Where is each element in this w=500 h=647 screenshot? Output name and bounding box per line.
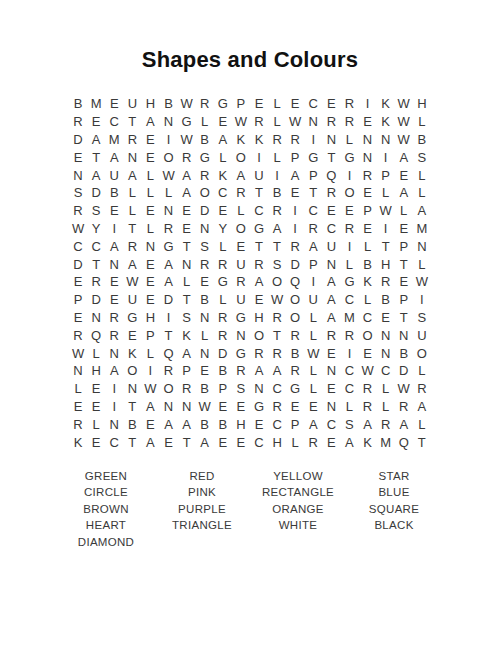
grid-cell: R xyxy=(123,131,141,149)
grid-cell: P xyxy=(304,166,322,184)
grid-cell: K xyxy=(69,433,87,451)
grid-cell: L xyxy=(232,202,250,220)
grid-cell: C xyxy=(340,362,358,380)
grid-cell: I xyxy=(377,220,395,238)
grid-cell: I xyxy=(268,166,286,184)
grid-cell: R xyxy=(377,273,395,291)
grid-cell: A xyxy=(196,433,214,451)
grid-cell: L xyxy=(304,309,322,327)
grid-cell: D xyxy=(69,255,87,273)
grid-cell: U xyxy=(232,255,250,273)
grid-cell: A xyxy=(359,415,377,433)
grid-cell: A xyxy=(268,220,286,238)
grid-cell: R xyxy=(286,326,304,344)
grid-cell: W xyxy=(286,113,304,131)
grid-cell: A xyxy=(87,166,105,184)
grid-cell: T xyxy=(322,148,340,166)
grid-cell: C xyxy=(340,380,358,398)
grid-cell: S xyxy=(340,415,358,433)
grid-cell: W xyxy=(304,344,322,362)
grid-cell: N xyxy=(105,255,123,273)
grid-cell: R xyxy=(395,398,413,416)
grid-cell: N xyxy=(377,131,395,149)
grid-cell: O xyxy=(286,309,304,327)
grid-cell: H xyxy=(232,415,250,433)
grid-cell: D xyxy=(395,362,413,380)
grid-cell: G xyxy=(304,148,322,166)
grid-cell: E xyxy=(359,184,377,202)
grid-cell: R xyxy=(69,202,87,220)
grid-cell: R xyxy=(286,131,304,149)
grid-cell: C xyxy=(214,184,232,202)
grid-cell: M xyxy=(105,131,123,149)
word-list-item: DIAMOND xyxy=(58,534,154,550)
grid-cell: I xyxy=(304,273,322,291)
grid-cell: O xyxy=(232,148,250,166)
grid-cell: R xyxy=(340,113,358,131)
grid-cell: R xyxy=(105,309,123,327)
grid-cell: O xyxy=(232,220,250,238)
grid-cell: O xyxy=(413,344,431,362)
grid-cell: L xyxy=(123,202,141,220)
grid-cell: B xyxy=(159,95,177,113)
grid-cell: L xyxy=(340,255,358,273)
grid-cell: A xyxy=(413,398,431,416)
grid-cell: R xyxy=(268,309,286,327)
grid-cell: N xyxy=(159,202,177,220)
grid-cell: N xyxy=(196,309,214,327)
grid-cell: L xyxy=(340,131,358,149)
grid-cell: N xyxy=(322,398,340,416)
grid-cell: R xyxy=(123,237,141,255)
grid-cell: A xyxy=(413,202,431,220)
grid-cell: N xyxy=(178,255,196,273)
grid-cell: N xyxy=(413,237,431,255)
grid-cell: I xyxy=(105,398,123,416)
grid-cell: E xyxy=(123,326,141,344)
grid-cell: B xyxy=(196,380,214,398)
grid-cell: L xyxy=(413,362,431,380)
grid-cell: E xyxy=(141,148,159,166)
grid-cell: M xyxy=(377,433,395,451)
grid-cell: T xyxy=(123,113,141,131)
grid-cell: R xyxy=(413,380,431,398)
grid-cell: B xyxy=(123,415,141,433)
grid-cell: W xyxy=(69,220,87,238)
grid-cell: N xyxy=(69,362,87,380)
grid-cell: D xyxy=(214,344,232,362)
grid-cell: L xyxy=(377,380,395,398)
grid-cell: E xyxy=(87,113,105,131)
grid-cell: R xyxy=(322,113,340,131)
grid-cell: I xyxy=(359,95,377,113)
grid-cell: A xyxy=(105,362,123,380)
grid-cell: N xyxy=(359,131,377,149)
grid-cell: T xyxy=(268,326,286,344)
grid-cell: E xyxy=(322,202,340,220)
grid-cell: S xyxy=(87,202,105,220)
grid-cell: E xyxy=(304,398,322,416)
grid-cell: L xyxy=(123,184,141,202)
grid-cell: N xyxy=(196,344,214,362)
grid-cell: E xyxy=(395,166,413,184)
grid-cell: N xyxy=(377,326,395,344)
grid-cell: M xyxy=(340,309,358,327)
grid-cell: A xyxy=(322,291,340,309)
grid-cell: P xyxy=(377,166,395,184)
grid-cell: R xyxy=(304,220,322,238)
grid-cell: N xyxy=(141,237,159,255)
grid-cell: A xyxy=(250,273,268,291)
grid-cell: U xyxy=(123,95,141,113)
grid-cell: I xyxy=(159,309,177,327)
grid-cell: E xyxy=(322,433,340,451)
grid-cell: R xyxy=(232,184,250,202)
grid-cell: U xyxy=(232,291,250,309)
grid-cell: P xyxy=(69,291,87,309)
grid-cell: R xyxy=(214,309,232,327)
grid-cell: R xyxy=(196,166,214,184)
grid-cell: W xyxy=(123,273,141,291)
grid-cell: R xyxy=(250,344,268,362)
grid-cell: I xyxy=(377,148,395,166)
grid-cell: I xyxy=(304,131,322,149)
grid-cell: Q xyxy=(87,326,105,344)
grid-cell: O xyxy=(159,380,177,398)
grid-cell: E xyxy=(395,220,413,238)
grid-cell: P xyxy=(214,380,232,398)
grid-cell: R xyxy=(322,326,340,344)
grid-cell: N xyxy=(69,166,87,184)
grid-cell: S xyxy=(413,309,431,327)
grid-cell: I xyxy=(413,291,431,309)
grid-cell: R xyxy=(340,95,358,113)
grid-cell: C xyxy=(87,237,105,255)
grid-cell: T xyxy=(395,309,413,327)
grid-cell: R xyxy=(250,113,268,131)
grid-cell: A xyxy=(87,131,105,149)
grid-cell: R xyxy=(250,255,268,273)
grid-cell: E xyxy=(214,398,232,416)
grid-cell: L xyxy=(413,255,431,273)
grid-cell: T xyxy=(304,184,322,202)
grid-cell: E xyxy=(250,95,268,113)
grid-cell: S xyxy=(69,184,87,202)
grid-cell: L xyxy=(340,398,358,416)
grid-cell: A xyxy=(322,273,340,291)
grid-cell: H xyxy=(250,309,268,327)
grid-cell: H xyxy=(377,255,395,273)
grid-cell: E xyxy=(232,237,250,255)
grid-cell: A xyxy=(123,166,141,184)
grid-cell: T xyxy=(178,237,196,255)
grid-cell: K xyxy=(377,95,395,113)
grid-cell: D xyxy=(159,291,177,309)
word-list-item: STAR xyxy=(346,468,442,484)
grid-cell: N xyxy=(359,148,377,166)
grid-cell: L xyxy=(268,95,286,113)
grid-cell: L xyxy=(214,148,232,166)
word-list: GREENCIRCLEBROWNHEARTDIAMONDREDPINKPURPL… xyxy=(58,468,442,550)
grid-cell: T xyxy=(250,237,268,255)
grid-cell: L xyxy=(196,113,214,131)
grid-cell: O xyxy=(123,362,141,380)
grid-cell: E xyxy=(286,398,304,416)
grid-cell: E xyxy=(141,131,159,149)
grid-cell: B xyxy=(196,415,214,433)
grid-cell: G xyxy=(178,113,196,131)
grid-cell: R xyxy=(214,255,232,273)
grid-cell: A xyxy=(340,433,358,451)
grid-cell: T xyxy=(123,398,141,416)
grid-cell: K xyxy=(359,433,377,451)
word-list-item: HEART xyxy=(58,517,154,533)
grid-cell: P xyxy=(359,202,377,220)
grid-cell: N xyxy=(322,362,340,380)
grid-cell: E xyxy=(359,220,377,238)
grid-cell: O xyxy=(340,184,358,202)
grid-cell: O xyxy=(196,184,214,202)
grid-cell: O xyxy=(250,326,268,344)
grid-cell: I xyxy=(286,202,304,220)
grid-cell: A xyxy=(250,362,268,380)
grid-cell: A xyxy=(159,273,177,291)
grid-cell: A xyxy=(395,415,413,433)
grid-cell: E xyxy=(232,398,250,416)
grid-cell: H xyxy=(87,362,105,380)
grid-cell: T xyxy=(178,433,196,451)
grid-cell: A xyxy=(232,166,250,184)
grid-cell: L xyxy=(304,326,322,344)
grid-cell: K xyxy=(232,131,250,149)
grid-cell: E xyxy=(87,398,105,416)
grid-cell: N xyxy=(395,326,413,344)
grid-cell: K xyxy=(214,166,232,184)
grid-cell: R xyxy=(159,362,177,380)
grid-cell: A xyxy=(395,148,413,166)
grid-cell: L xyxy=(413,184,431,202)
grid-cell: R xyxy=(69,415,87,433)
grid-cell: U xyxy=(123,291,141,309)
word-list-item: PINK xyxy=(154,484,250,500)
grid-cell: E xyxy=(69,398,87,416)
grid-cell: L xyxy=(395,202,413,220)
grid-cell: L xyxy=(359,291,377,309)
grid-cell: W xyxy=(69,344,87,362)
grid-cell: B xyxy=(413,131,431,149)
grid-cell: A xyxy=(395,184,413,202)
grid-cell: T xyxy=(250,184,268,202)
grid-cell: E xyxy=(214,433,232,451)
grid-cell: L xyxy=(413,166,431,184)
grid-cell: R xyxy=(359,166,377,184)
grid-cell: E xyxy=(141,202,159,220)
grid-cell: C xyxy=(359,309,377,327)
grid-cell: Q xyxy=(286,273,304,291)
grid-cell: R xyxy=(69,113,87,131)
grid-cell: A xyxy=(214,131,232,149)
grid-cell: E xyxy=(178,220,196,238)
grid-cell: U xyxy=(304,291,322,309)
grid-cell: L xyxy=(413,113,431,131)
grid-cell: U xyxy=(413,326,431,344)
grid-cell: W xyxy=(377,202,395,220)
grid-cell: P xyxy=(395,237,413,255)
word-list-item: CIRCLE xyxy=(58,484,154,500)
grid-cell: P xyxy=(395,291,413,309)
grid-cell: U xyxy=(250,166,268,184)
grid-cell: E xyxy=(340,202,358,220)
grid-cell: E xyxy=(105,95,123,113)
grid-cell: E xyxy=(87,433,105,451)
grid-cell: E xyxy=(69,309,87,327)
grid-cell: C xyxy=(250,202,268,220)
grid-cell: D xyxy=(87,184,105,202)
grid-cell: W xyxy=(159,166,177,184)
grid-cell: G xyxy=(250,220,268,238)
grid-cell: K xyxy=(178,326,196,344)
grid-cell: R xyxy=(178,380,196,398)
grid-cell: R xyxy=(359,380,377,398)
grid-cell: C xyxy=(322,220,340,238)
grid-cell: N xyxy=(178,398,196,416)
grid-cell: R xyxy=(159,220,177,238)
grid-cell: I xyxy=(250,148,268,166)
grid-cell: B xyxy=(69,95,87,113)
grid-cell: E xyxy=(377,309,395,327)
grid-cell: W xyxy=(196,398,214,416)
grid-cell: E xyxy=(286,95,304,113)
grid-cell: C xyxy=(69,237,87,255)
grid-cell: R xyxy=(87,273,105,291)
grid-cell: E xyxy=(105,202,123,220)
grid-cell: R xyxy=(268,202,286,220)
grid-cell: L xyxy=(69,380,87,398)
grid-cell: B xyxy=(377,291,395,309)
grid-cell: A xyxy=(105,148,123,166)
grid-cell: R xyxy=(268,398,286,416)
grid-cell: R xyxy=(286,362,304,380)
grid-cell: W xyxy=(141,380,159,398)
grid-cell: A xyxy=(141,113,159,131)
grid-cell: B xyxy=(196,291,214,309)
grid-cell: C xyxy=(268,380,286,398)
grid-cell: D xyxy=(286,255,304,273)
grid-cell: B xyxy=(214,362,232,380)
grid-cell: B xyxy=(105,184,123,202)
grid-cell: T xyxy=(123,220,141,238)
grid-cell: E xyxy=(250,415,268,433)
grid-cell: R xyxy=(105,326,123,344)
grid-cell: P xyxy=(286,415,304,433)
grid-cell: R xyxy=(69,326,87,344)
grid-cell: P xyxy=(304,255,322,273)
grid-cell: A xyxy=(304,237,322,255)
grid-cell: Q xyxy=(322,166,340,184)
grid-cell: K xyxy=(359,273,377,291)
grid-cell: C xyxy=(304,95,322,113)
grid-cell: W xyxy=(395,95,413,113)
grid-cell: I xyxy=(105,380,123,398)
grid-cell: C xyxy=(105,433,123,451)
grid-cell: W xyxy=(178,131,196,149)
grid-cell: T xyxy=(395,255,413,273)
grid-cell: E xyxy=(359,113,377,131)
grid-cell: A xyxy=(123,255,141,273)
grid-cell: G xyxy=(214,95,232,113)
grid-cell: E xyxy=(69,148,87,166)
grid-cell: E xyxy=(322,344,340,362)
grid-cell: S xyxy=(413,148,431,166)
grid-cell: E xyxy=(322,380,340,398)
word-search-grid: BMEUHBWRGPELECERIKWHRECTANGLEWRLWNRREKWL… xyxy=(69,95,431,451)
grid-cell: R xyxy=(304,433,322,451)
grid-cell: I xyxy=(159,131,177,149)
grid-cell: L xyxy=(87,344,105,362)
grid-cell: R xyxy=(268,344,286,362)
grid-cell: U xyxy=(322,237,340,255)
grid-cell: W xyxy=(268,291,286,309)
grid-cell: T xyxy=(123,433,141,451)
grid-cell: C xyxy=(268,415,286,433)
grid-cell: T xyxy=(178,291,196,309)
grid-cell: P xyxy=(178,362,196,380)
grid-cell: A xyxy=(105,237,123,255)
grid-cell: R xyxy=(268,131,286,149)
word-list-item: BLACK xyxy=(346,517,442,533)
grid-cell: W xyxy=(395,113,413,131)
grid-cell: B xyxy=(268,184,286,202)
grid-cell: A xyxy=(304,415,322,433)
grid-cell: G xyxy=(196,148,214,166)
grid-cell: S xyxy=(232,380,250,398)
grid-cell: E xyxy=(69,273,87,291)
grid-cell: A xyxy=(322,309,340,327)
grid-cell: E xyxy=(178,202,196,220)
grid-cell: G xyxy=(250,398,268,416)
grid-cell: T xyxy=(413,433,431,451)
grid-cell: B xyxy=(286,344,304,362)
grid-cell: E xyxy=(232,433,250,451)
grid-cell: W xyxy=(413,273,431,291)
word-list-item: TRIANGLE xyxy=(154,517,250,533)
grid-cell: R xyxy=(286,237,304,255)
grid-cell: E xyxy=(141,273,159,291)
grid-cell: D xyxy=(196,202,214,220)
grid-cell: L xyxy=(141,184,159,202)
grid-cell: Y xyxy=(87,220,105,238)
grid-cell: G xyxy=(123,309,141,327)
grid-cell: O xyxy=(286,291,304,309)
word-list-item: RECTANGLE xyxy=(250,484,346,500)
grid-cell: S xyxy=(268,255,286,273)
grid-cell: N xyxy=(123,380,141,398)
grid-cell: L xyxy=(377,398,395,416)
grid-cell: G xyxy=(232,344,250,362)
grid-cell: E xyxy=(141,291,159,309)
word-list-item: WHITE xyxy=(250,517,346,533)
grid-cell: E xyxy=(141,415,159,433)
grid-cell: G xyxy=(340,148,358,166)
grid-cell: N xyxy=(196,220,214,238)
grid-cell: I xyxy=(286,220,304,238)
grid-cell: G xyxy=(232,309,250,327)
grid-cell: O xyxy=(359,326,377,344)
grid-cell: L xyxy=(268,148,286,166)
grid-cell: L xyxy=(286,433,304,451)
grid-cell: N xyxy=(250,380,268,398)
grid-cell: C xyxy=(340,291,358,309)
